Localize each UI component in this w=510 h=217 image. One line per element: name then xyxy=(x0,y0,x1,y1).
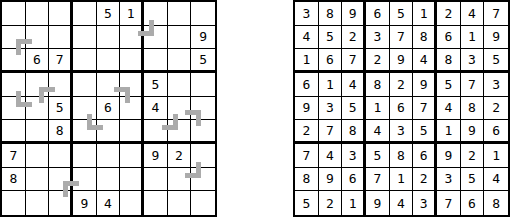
solution-cell-r3c9: 5 xyxy=(484,49,508,73)
solution-cell-r7c7: 9 xyxy=(437,144,461,168)
solution-cell-r9c5: 4 xyxy=(390,191,414,215)
solution-cell-r7c1: 7 xyxy=(295,144,319,168)
solution-cell-r1c4: 6 xyxy=(366,2,390,26)
puzzle-cell-r5c7[interactable]: 4 xyxy=(144,97,168,121)
solution-cell-r8c6: 2 xyxy=(413,168,437,192)
puzzle-cell-r8c3[interactable] xyxy=(49,168,73,192)
puzzle-cell-r2c3[interactable] xyxy=(49,26,73,50)
puzzle-cell-r7c2[interactable] xyxy=(26,144,50,168)
solution-cell-r6c3: 8 xyxy=(342,120,366,144)
solution-cell-r2c8: 1 xyxy=(461,26,485,50)
puzzle-cell-r6c6[interactable] xyxy=(120,120,144,144)
solution-cell-r7c8: 2 xyxy=(461,144,485,168)
puzzle-cell-r9c5[interactable]: 4 xyxy=(97,191,121,215)
puzzle-cell-r8c7[interactable] xyxy=(144,168,168,192)
solution-cell-r7c3: 3 xyxy=(342,144,366,168)
puzzle-cell-r2c4[interactable] xyxy=(73,26,97,50)
puzzle-grid: 51967555648792894 xyxy=(0,0,217,217)
solution-cell-r5c4: 1 xyxy=(366,97,390,121)
puzzle-cell-r8c2[interactable] xyxy=(26,168,50,192)
solution-cell-r5c2: 3 xyxy=(319,97,343,121)
puzzle-cell-r7c6[interactable] xyxy=(120,144,144,168)
puzzle-cell-r1c6[interactable]: 1 xyxy=(120,2,144,26)
solution-cell-r4c8: 7 xyxy=(461,73,485,97)
puzzle-cell-r3c5[interactable] xyxy=(97,49,121,73)
puzzle-cell-r5c2[interactable] xyxy=(26,97,50,121)
solution-cell-r1c5: 5 xyxy=(390,2,414,26)
solution-cell-r2c7: 6 xyxy=(437,26,461,50)
solution-cell-r9c4: 9 xyxy=(366,191,390,215)
solution-cell-r4c1: 6 xyxy=(295,73,319,97)
puzzle-cell-r2c7[interactable] xyxy=(144,26,168,50)
puzzle-cell-r1c4[interactable] xyxy=(73,2,97,26)
puzzle-cell-r3c6[interactable] xyxy=(120,49,144,73)
puzzle-cell-r6c1[interactable] xyxy=(2,120,26,144)
solution-cell-r6c7: 1 xyxy=(437,120,461,144)
solution-cell-r5c7: 4 xyxy=(437,97,461,121)
solution-cell-r9c3: 1 xyxy=(342,191,366,215)
solution-cell-r5c8: 8 xyxy=(461,97,485,121)
puzzle-cell-r1c8[interactable] xyxy=(168,2,192,26)
solution-cell-r9c2: 2 xyxy=(319,191,343,215)
solution-cell-r2c9: 9 xyxy=(484,26,508,50)
puzzle-cell-r5c4[interactable] xyxy=(73,97,97,121)
puzzle-cell-r6c8[interactable] xyxy=(168,120,192,144)
solution-cell-r7c4: 5 xyxy=(366,144,390,168)
solution-cell-r5c6: 7 xyxy=(413,97,437,121)
solution-cell-r7c9: 1 xyxy=(484,144,508,168)
puzzle-cell-r6c2[interactable] xyxy=(26,120,50,144)
solution-cell-r4c3: 4 xyxy=(342,73,366,97)
solution-cell-r1c2: 8 xyxy=(319,2,343,26)
puzzle-cell-r4c1[interactable] xyxy=(2,73,26,97)
puzzle-cell-r2c9[interactable]: 9 xyxy=(191,26,215,50)
solution-cell-r7c2: 4 xyxy=(319,144,343,168)
puzzle-cells: 51967555648792894 xyxy=(2,2,215,215)
puzzle-cell-r5c3[interactable]: 5 xyxy=(49,97,73,121)
puzzle-cell-r4c3[interactable] xyxy=(49,73,73,97)
puzzle-cell-r3c1[interactable] xyxy=(2,49,26,73)
solution-cell-r8c4: 7 xyxy=(366,168,390,192)
puzzle-cell-r9c6[interactable] xyxy=(120,191,144,215)
puzzle-cell-r5c1[interactable] xyxy=(2,97,26,121)
solution-cell-r3c1: 1 xyxy=(295,49,319,73)
puzzle-cell-r4c6[interactable] xyxy=(120,73,144,97)
solution-cell-r8c8: 5 xyxy=(461,168,485,192)
solution-cell-r6c4: 4 xyxy=(366,120,390,144)
puzzle-cell-r6c4[interactable] xyxy=(73,120,97,144)
solution-cell-r1c6: 1 xyxy=(413,2,437,26)
solution-cell-r9c9: 8 xyxy=(484,191,508,215)
puzzle-cell-r4c5[interactable] xyxy=(97,73,121,97)
puzzle-cell-r6c5[interactable] xyxy=(97,120,121,144)
solution-cell-r5c5: 6 xyxy=(390,97,414,121)
solution-cell-r9c8: 6 xyxy=(461,191,485,215)
solution-cell-r6c6: 5 xyxy=(413,120,437,144)
solution-cell-r1c8: 4 xyxy=(461,2,485,26)
puzzle-cell-r3c9[interactable]: 5 xyxy=(191,49,215,73)
solution-cell-r6c8: 9 xyxy=(461,120,485,144)
solution-cell-r2c5: 7 xyxy=(390,26,414,50)
puzzle-cell-r8c9[interactable] xyxy=(191,168,215,192)
solution-cells: 3896512474523786191672948356148295739351… xyxy=(295,2,508,215)
puzzle-cell-r6c9[interactable] xyxy=(191,120,215,144)
puzzle-cell-r4c8[interactable] xyxy=(168,73,192,97)
solution-cell-r8c5: 1 xyxy=(390,168,414,192)
solution-cell-r5c1: 9 xyxy=(295,97,319,121)
puzzle-cell-r8c5[interactable] xyxy=(97,168,121,192)
solution-cell-r9c1: 5 xyxy=(295,191,319,215)
puzzle-cell-r7c4[interactable] xyxy=(73,144,97,168)
puzzle-cell-r7c8[interactable]: 2 xyxy=(168,144,192,168)
puzzle-cell-r5c8[interactable] xyxy=(168,97,192,121)
puzzle-cell-r9c2[interactable] xyxy=(26,191,50,215)
puzzle-cell-r4c9[interactable] xyxy=(191,73,215,97)
puzzle-cell-r1c1[interactable] xyxy=(2,2,26,26)
solution-cell-r2c4: 3 xyxy=(366,26,390,50)
solution-grid: 3896512474523786191672948356148295739351… xyxy=(293,0,510,217)
solution-cell-r3c4: 2 xyxy=(366,49,390,73)
puzzle-cell-r3c8[interactable] xyxy=(168,49,192,73)
solution-cell-r1c3: 9 xyxy=(342,2,366,26)
puzzle-cell-r3c7[interactable] xyxy=(144,49,168,73)
solution-cell-r1c1: 3 xyxy=(295,2,319,26)
puzzle-cell-r8c4[interactable] xyxy=(73,168,97,192)
puzzle-cell-r2c5[interactable] xyxy=(97,26,121,50)
puzzle-cell-r4c2[interactable] xyxy=(26,73,50,97)
puzzle-cell-r5c6[interactable] xyxy=(120,97,144,121)
solution-cell-r4c2: 1 xyxy=(319,73,343,97)
puzzle-cell-r7c1[interactable]: 7 xyxy=(2,144,26,168)
solution-cell-r3c8: 3 xyxy=(461,49,485,73)
solution-cell-r6c2: 7 xyxy=(319,120,343,144)
puzzle-cell-r3c3[interactable]: 7 xyxy=(49,49,73,73)
solution-cell-r5c3: 5 xyxy=(342,97,366,121)
solution-cell-r8c7: 3 xyxy=(437,168,461,192)
puzzle-cell-r9c7[interactable] xyxy=(144,191,168,215)
puzzle-cell-r2c1[interactable] xyxy=(2,26,26,50)
puzzle-cell-r9c3[interactable] xyxy=(49,191,73,215)
solution-cell-r1c9: 7 xyxy=(484,2,508,26)
solution-cell-r8c3: 6 xyxy=(342,168,366,192)
solution-cell-r3c5: 9 xyxy=(390,49,414,73)
puzzle-cell-r6c7[interactable] xyxy=(144,120,168,144)
solution-cell-r2c1: 4 xyxy=(295,26,319,50)
sudoku-page: { "game": "sudoku", "position": "....51.… xyxy=(0,0,510,217)
solution-cell-r2c2: 5 xyxy=(319,26,343,50)
solution-cell-r8c9: 4 xyxy=(484,168,508,192)
solution-cell-r4c5: 2 xyxy=(390,73,414,97)
puzzle-cell-r3c4[interactable] xyxy=(73,49,97,73)
solution-cell-r7c5: 8 xyxy=(390,144,414,168)
puzzle-cell-r5c9[interactable] xyxy=(191,97,215,121)
solution-cell-r7c6: 6 xyxy=(413,144,437,168)
puzzle-cell-r4c4[interactable] xyxy=(73,73,97,97)
puzzle-cell-r6c3[interactable]: 8 xyxy=(49,120,73,144)
puzzle-cell-r9c4[interactable]: 9 xyxy=(73,191,97,215)
solution-cell-r2c6: 8 xyxy=(413,26,437,50)
solution-cell-r3c2: 6 xyxy=(319,49,343,73)
puzzle-cell-r7c3[interactable] xyxy=(49,144,73,168)
solution-cell-r6c5: 3 xyxy=(390,120,414,144)
puzzle-cell-r3c2[interactable]: 6 xyxy=(26,49,50,73)
puzzle-cell-r2c2[interactable] xyxy=(26,26,50,50)
puzzle-cell-r5c5[interactable]: 6 xyxy=(97,97,121,121)
puzzle-cell-r7c5[interactable] xyxy=(97,144,121,168)
solution-cell-r2c3: 2 xyxy=(342,26,366,50)
puzzle-cell-r1c3[interactable] xyxy=(49,2,73,26)
puzzle-cell-r1c9[interactable] xyxy=(191,2,215,26)
puzzle-cell-r7c9[interactable] xyxy=(191,144,215,168)
puzzle-cell-r1c5[interactable]: 5 xyxy=(97,2,121,26)
puzzle-cell-r9c1[interactable] xyxy=(2,191,26,215)
solution-cell-r9c6: 3 xyxy=(413,191,437,215)
puzzle-cell-r8c6[interactable] xyxy=(120,168,144,192)
solution-cell-r8c2: 9 xyxy=(319,168,343,192)
puzzle-cell-r7c7[interactable]: 9 xyxy=(144,144,168,168)
puzzle-cell-r2c8[interactable] xyxy=(168,26,192,50)
puzzle-cell-r1c7[interactable] xyxy=(144,2,168,26)
puzzle-cell-r9c9[interactable] xyxy=(191,191,215,215)
puzzle-cell-r1c2[interactable] xyxy=(26,2,50,26)
puzzle-cell-r8c1[interactable]: 8 xyxy=(2,168,26,192)
solution-cell-r3c6: 4 xyxy=(413,49,437,73)
puzzle-cell-r9c8[interactable] xyxy=(168,191,192,215)
puzzle-cell-r2c6[interactable] xyxy=(120,26,144,50)
solution-cell-r9c7: 7 xyxy=(437,191,461,215)
solution-cell-r3c3: 7 xyxy=(342,49,366,73)
solution-cell-r4c9: 3 xyxy=(484,73,508,97)
solution-cell-r6c1: 2 xyxy=(295,120,319,144)
solution-cell-r5c9: 2 xyxy=(484,97,508,121)
solution-cell-r4c7: 5 xyxy=(437,73,461,97)
solution-cell-r8c1: 8 xyxy=(295,168,319,192)
puzzle-cell-r8c8[interactable] xyxy=(168,168,192,192)
puzzle-cell-r4c7[interactable]: 5 xyxy=(144,73,168,97)
solution-cell-r3c7: 8 xyxy=(437,49,461,73)
solution-cell-r4c4: 8 xyxy=(366,73,390,97)
solution-cell-r6c9: 6 xyxy=(484,120,508,144)
solution-cell-r1c7: 2 xyxy=(437,2,461,26)
solution-cell-r4c6: 9 xyxy=(413,73,437,97)
